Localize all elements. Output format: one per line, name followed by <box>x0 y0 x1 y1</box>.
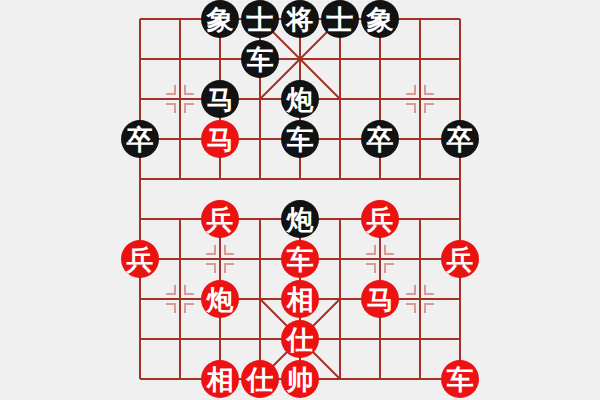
piece-black-elephant[interactable]: 象 <box>201 0 239 38</box>
piece-black-chariot[interactable]: 车 <box>281 120 319 158</box>
piece-black-soldier[interactable]: 卒 <box>441 120 479 158</box>
piece-red-horse[interactable]: 马 <box>361 280 399 318</box>
piece-red-soldier[interactable]: 兵 <box>441 240 479 278</box>
piece-red-horse[interactable]: 马 <box>201 120 239 158</box>
piece-black-horse[interactable]: 马 <box>201 80 239 118</box>
piece-red-soldier[interactable]: 兵 <box>121 240 159 278</box>
piece-black-soldier[interactable]: 卒 <box>361 120 399 158</box>
piece-red-advisor[interactable]: 仕 <box>241 360 279 398</box>
piece-black-general[interactable]: 将 <box>281 0 319 38</box>
piece-black-cannon[interactable]: 炮 <box>281 80 319 118</box>
piece-red-soldier[interactable]: 兵 <box>361 200 399 238</box>
piece-black-cannon[interactable]: 炮 <box>281 200 319 238</box>
piece-black-advisor[interactable]: 士 <box>241 0 279 38</box>
piece-red-chariot[interactable]: 车 <box>441 360 479 398</box>
piece-red-cannon[interactable]: 炮 <box>201 280 239 318</box>
piece-black-soldier[interactable]: 卒 <box>121 120 159 158</box>
piece-black-elephant[interactable]: 象 <box>361 0 399 38</box>
piece-red-general[interactable]: 帅 <box>281 360 319 398</box>
piece-red-chariot[interactable]: 车 <box>281 240 319 278</box>
xiangqi-app: 象士将士象车马炮卒马车卒卒兵炮兵兵车兵炮相马仕相仕帅车 <box>0 0 600 400</box>
xiangqi-board[interactable]: 象士将士象车马炮卒马车卒卒兵炮兵兵车兵炮相马仕相仕帅车 <box>120 0 480 399</box>
piece-black-advisor[interactable]: 士 <box>321 0 359 38</box>
piece-red-soldier[interactable]: 兵 <box>201 200 239 238</box>
piece-red-elephant[interactable]: 相 <box>281 280 319 318</box>
piece-black-chariot[interactable]: 车 <box>241 40 279 78</box>
piece-red-elephant[interactable]: 相 <box>201 360 239 398</box>
piece-red-advisor[interactable]: 仕 <box>281 320 319 358</box>
